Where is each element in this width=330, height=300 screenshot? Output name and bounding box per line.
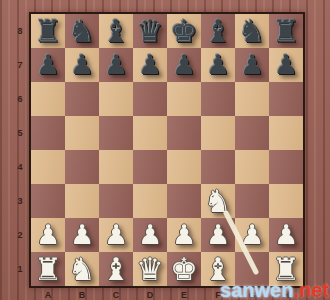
black-pawn-e7: ♟ xyxy=(172,48,196,82)
square-h6[interactable] xyxy=(269,82,303,116)
rank-label-4: 4 xyxy=(13,150,27,184)
square-f5[interactable] xyxy=(201,116,235,150)
white-pawn-c2: ♟ xyxy=(104,218,128,252)
square-g4[interactable] xyxy=(235,150,269,184)
square-h3[interactable] xyxy=(269,184,303,218)
square-a8[interactable]: ♜ xyxy=(31,14,65,48)
square-c5[interactable] xyxy=(99,116,133,150)
black-king-e8: ♚ xyxy=(170,14,198,48)
square-g8[interactable]: ♞ xyxy=(235,14,269,48)
square-h2[interactable]: ♟ xyxy=(269,218,303,252)
black-pawn-b7: ♟ xyxy=(70,48,94,82)
square-c3[interactable] xyxy=(99,184,133,218)
square-e7[interactable]: ♟ xyxy=(167,48,201,82)
square-a1[interactable]: ♜ xyxy=(31,252,65,286)
square-h5[interactable] xyxy=(269,116,303,150)
square-b5[interactable] xyxy=(65,116,99,150)
square-c2[interactable]: ♟ xyxy=(99,218,133,252)
square-d1[interactable]: ♛ xyxy=(133,252,167,286)
square-e3[interactable] xyxy=(167,184,201,218)
chess-board: ♜♞♝♛♚♝♞♜♟♟♟♟♟♟♟♟♞♟♟♟♟♟♟♟♟♜♞♝♛♚♝♜ xyxy=(29,12,305,288)
white-bishop-c1: ♝ xyxy=(102,252,130,286)
black-queen-d8: ♛ xyxy=(136,14,164,48)
square-f7[interactable]: ♟ xyxy=(201,48,235,82)
square-b2[interactable]: ♟ xyxy=(65,218,99,252)
rank-label-7: 7 xyxy=(13,48,27,82)
square-a3[interactable] xyxy=(31,184,65,218)
watermark-domain: .net xyxy=(293,279,329,300)
black-rook-a8: ♜ xyxy=(34,14,62,48)
square-e8[interactable]: ♚ xyxy=(167,14,201,48)
black-knight-b8: ♞ xyxy=(68,14,96,48)
square-d2[interactable]: ♟ xyxy=(133,218,167,252)
square-g6[interactable] xyxy=(235,82,269,116)
square-h7[interactable]: ♟ xyxy=(269,48,303,82)
white-rook-a1: ♜ xyxy=(34,252,62,286)
square-c1[interactable]: ♝ xyxy=(99,252,133,286)
square-b4[interactable] xyxy=(65,150,99,184)
square-e1[interactable]: ♚ xyxy=(167,252,201,286)
white-pawn-a2: ♟ xyxy=(36,218,60,252)
black-pawn-d7: ♟ xyxy=(138,48,162,82)
black-bishop-c8: ♝ xyxy=(102,14,130,48)
rank-label-8: 8 xyxy=(13,14,27,48)
square-b1[interactable]: ♞ xyxy=(65,252,99,286)
white-queen-d1: ♛ xyxy=(136,252,164,286)
square-d4[interactable] xyxy=(133,150,167,184)
square-d5[interactable] xyxy=(133,116,167,150)
square-g5[interactable] xyxy=(235,116,269,150)
square-e5[interactable] xyxy=(167,116,201,150)
square-c8[interactable]: ♝ xyxy=(99,14,133,48)
square-b8[interactable]: ♞ xyxy=(65,14,99,48)
white-pawn-f2: ♟ xyxy=(206,218,230,252)
rank-label-3: 3 xyxy=(13,184,27,218)
square-g7[interactable]: ♟ xyxy=(235,48,269,82)
square-a7[interactable]: ♟ xyxy=(31,48,65,82)
white-pawn-d2: ♟ xyxy=(138,218,162,252)
chess-diagram: ♜♞♝♛♚♝♞♜♟♟♟♟♟♟♟♟♞♟♟♟♟♟♟♟♟♜♞♝♛♚♝♜ 8765432… xyxy=(0,0,330,300)
rank-label-2: 2 xyxy=(13,218,27,252)
square-b6[interactable] xyxy=(65,82,99,116)
square-e2[interactable]: ♟ xyxy=(167,218,201,252)
rank-label-1: 1 xyxy=(13,252,27,286)
square-h4[interactable] xyxy=(269,150,303,184)
square-e6[interactable] xyxy=(167,82,201,116)
black-pawn-h7: ♟ xyxy=(274,48,298,82)
square-e4[interactable] xyxy=(167,150,201,184)
square-a5[interactable] xyxy=(31,116,65,150)
black-rook-h8: ♜ xyxy=(272,14,300,48)
black-knight-g8: ♞ xyxy=(238,14,266,48)
black-pawn-a7: ♟ xyxy=(36,48,60,82)
file-label-b: B xyxy=(65,288,99,300)
black-bishop-f8: ♝ xyxy=(204,14,232,48)
rank-label-5: 5 xyxy=(13,116,27,150)
board-grid: ♜♞♝♛♚♝♞♜♟♟♟♟♟♟♟♟♞♟♟♟♟♟♟♟♟♜♞♝♛♚♝♜ xyxy=(31,14,303,286)
white-pawn-b2: ♟ xyxy=(70,218,94,252)
square-d3[interactable] xyxy=(133,184,167,218)
file-label-c: C xyxy=(99,288,133,300)
white-pawn-e2: ♟ xyxy=(172,218,196,252)
square-f6[interactable] xyxy=(201,82,235,116)
square-d8[interactable]: ♛ xyxy=(133,14,167,48)
file-label-e: E xyxy=(167,288,201,300)
white-king-e1: ♚ xyxy=(170,252,198,286)
white-pawn-g2: ♟ xyxy=(240,218,264,252)
black-pawn-g7: ♟ xyxy=(240,48,264,82)
square-h8[interactable]: ♜ xyxy=(269,14,303,48)
watermark: sanwen.net xyxy=(220,279,329,300)
white-knight-f3: ♞ xyxy=(204,184,232,218)
square-f4[interactable] xyxy=(201,150,235,184)
black-pawn-c7: ♟ xyxy=(104,48,128,82)
square-a2[interactable]: ♟ xyxy=(31,218,65,252)
square-g3[interactable] xyxy=(235,184,269,218)
square-a6[interactable] xyxy=(31,82,65,116)
white-pawn-h2: ♟ xyxy=(274,218,298,252)
square-f8[interactable]: ♝ xyxy=(201,14,235,48)
square-g2[interactable]: ♟ xyxy=(235,218,269,252)
square-b3[interactable] xyxy=(65,184,99,218)
watermark-name: sanwen xyxy=(220,279,293,300)
square-d7[interactable]: ♟ xyxy=(133,48,167,82)
square-f3[interactable]: ♞ xyxy=(201,184,235,218)
file-label-a: A xyxy=(31,288,65,300)
white-knight-b1: ♞ xyxy=(68,252,96,286)
black-pawn-f7: ♟ xyxy=(206,48,230,82)
square-c6[interactable] xyxy=(99,82,133,116)
square-f2[interactable]: ♟ xyxy=(201,218,235,252)
square-c4[interactable] xyxy=(99,150,133,184)
square-b7[interactable]: ♟ xyxy=(65,48,99,82)
rank-label-6: 6 xyxy=(13,82,27,116)
square-a4[interactable] xyxy=(31,150,65,184)
square-c7[interactable]: ♟ xyxy=(99,48,133,82)
file-label-d: D xyxy=(133,288,167,300)
square-d6[interactable] xyxy=(133,82,167,116)
